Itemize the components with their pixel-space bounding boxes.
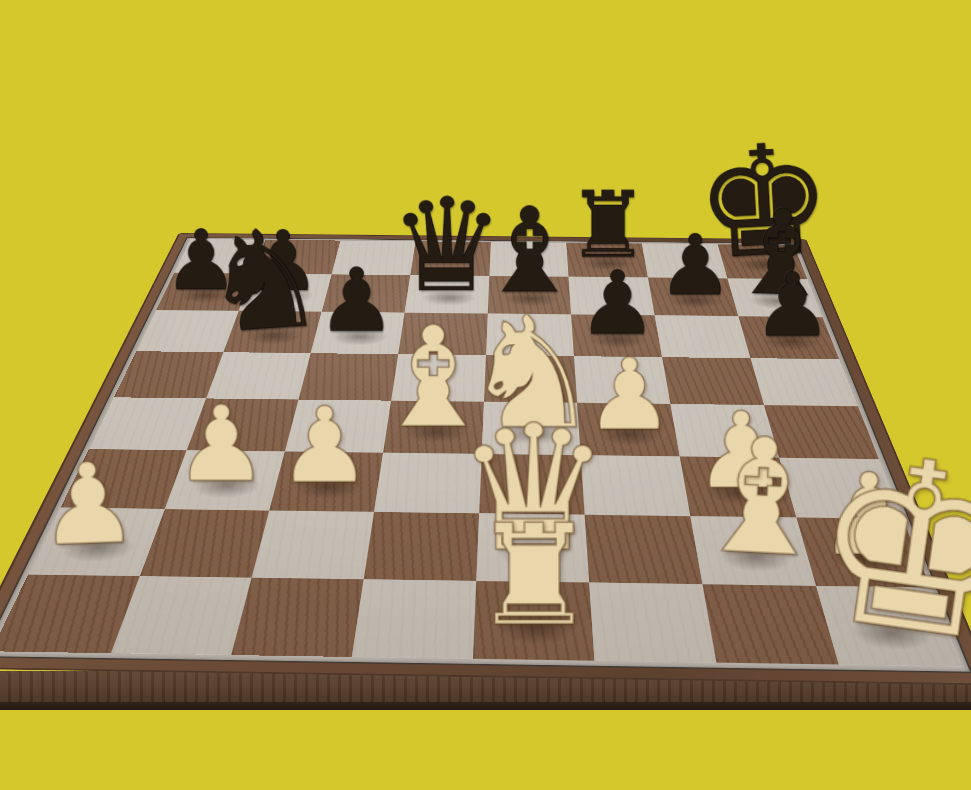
black-pawn-h6[interactable]: ♟ [752,261,831,349]
square-d1[interactable] [352,579,476,659]
square-g2[interactable]: ♝ [690,516,816,586]
board-front-edge-lip [0,702,971,710]
square-b3[interactable]: ♟ [165,450,285,510]
app-background: { "game": "chess", "view": "3d-perspecti… [0,0,971,790]
chessboard-scene: ♜♚♟♟♛♝♟♝♞♟♟♟♝♞♟♟♟♟♟♛♝♟♜♚ [0,0,971,790]
square-a2[interactable]: ♟ [28,508,165,576]
chess-board: ♜♚♟♟♛♝♟♝♞♟♟♟♝♞♟♟♟♟♟♛♝♟♜♚ [0,239,962,667]
square-c3[interactable]: ♟ [269,452,383,512]
square-b1[interactable] [111,576,252,655]
square-h1[interactable]: ♚ [816,586,961,667]
white-pawn-b3[interactable]: ♟ [174,392,268,497]
square-g7[interactable]: ♟ [648,278,738,317]
square-c1[interactable] [231,578,364,657]
white-rook-e1[interactable]: ♜ [471,506,596,645]
square-e1[interactable]: ♜ [473,581,595,661]
black-pawn-g7[interactable]: ♟ [657,224,732,308]
white-pawn-a2[interactable]: ♟ [36,447,140,562]
black-knight-b6[interactable]: ♞ [197,208,329,353]
square-h6[interactable]: ♟ [738,316,839,359]
square-f1[interactable] [589,583,716,663]
white-pawn-c3[interactable]: ♟ [277,393,371,498]
square-b6[interactable]: ♞ [223,311,321,353]
square-c2[interactable] [252,510,375,579]
